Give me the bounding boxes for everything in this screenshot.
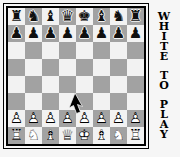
- white-pawn-outline: ♙: [93, 110, 110, 127]
- square-b8[interactable]: ♞: [25, 8, 42, 25]
- white-pawn: ♟♙: [110, 110, 127, 127]
- white-knight: ♞♘: [25, 127, 42, 144]
- square-d4[interactable]: [59, 76, 76, 93]
- black-pawn: ♟: [59, 25, 76, 42]
- square-g5[interactable]: [110, 59, 127, 76]
- white-pawn: ♟♙: [25, 110, 42, 127]
- board-inner-border: ♜♞♝♛♚♝♞♜♟♟♟♟♟♟♟♟♟♙♟♙♟♙♟♙♟♙♟♙♟♙♟♙♜♖♞♘♝♗♛♕…: [6, 6, 146, 146]
- square-g4[interactable]: [110, 76, 127, 93]
- black-pawn: ♟: [76, 25, 93, 42]
- white-pawn-outline: ♙: [127, 110, 144, 127]
- square-b2[interactable]: ♟♙: [25, 110, 42, 127]
- square-c7[interactable]: ♟: [42, 25, 59, 42]
- white-pawn-outline: ♙: [25, 110, 42, 127]
- black-pawn: ♟: [42, 25, 59, 42]
- square-h2[interactable]: ♟♙: [127, 110, 144, 127]
- square-a4[interactable]: [8, 76, 25, 93]
- white-knight-outline: ♘: [110, 127, 127, 144]
- square-f6[interactable]: [93, 42, 110, 59]
- black-knight: ♞: [110, 8, 127, 25]
- square-f5[interactable]: [93, 59, 110, 76]
- square-e5[interactable]: [76, 59, 93, 76]
- status-word-to: TO: [159, 71, 169, 91]
- square-h1[interactable]: ♜♖: [127, 127, 144, 144]
- square-c8[interactable]: ♝: [42, 8, 59, 25]
- square-a6[interactable]: [8, 42, 25, 59]
- cursor-arrow-icon: [66, 93, 90, 117]
- white-bishop: ♝♗: [42, 127, 59, 144]
- square-f4[interactable]: [93, 76, 110, 93]
- square-e6[interactable]: [76, 42, 93, 59]
- square-g3[interactable]: [110, 93, 127, 110]
- status-word-play: PLAY: [160, 100, 169, 140]
- square-g1[interactable]: ♞♘: [110, 127, 127, 144]
- white-pawn: ♟♙: [8, 110, 25, 127]
- black-rook: ♜: [8, 8, 25, 25]
- square-h6[interactable]: [127, 42, 144, 59]
- status-letter: Y: [160, 130, 168, 140]
- square-e1[interactable]: ♚♔: [76, 127, 93, 144]
- black-queen: ♛: [59, 8, 76, 25]
- square-a5[interactable]: [8, 59, 25, 76]
- white-rook: ♜♖: [127, 127, 144, 144]
- square-h4[interactable]: [127, 76, 144, 93]
- square-d8[interactable]: ♛: [59, 8, 76, 25]
- white-bishop-outline: ♗: [93, 127, 110, 144]
- square-d6[interactable]: [59, 42, 76, 59]
- square-f7[interactable]: ♟: [93, 25, 110, 42]
- square-d5[interactable]: [59, 59, 76, 76]
- square-a3[interactable]: [8, 93, 25, 110]
- black-pawn: ♟: [8, 25, 25, 42]
- square-e7[interactable]: ♟: [76, 25, 93, 42]
- square-e8[interactable]: ♚: [76, 8, 93, 25]
- white-pawn-outline: ♙: [8, 110, 25, 127]
- square-f3[interactable]: [93, 93, 110, 110]
- square-g2[interactable]: ♟♙: [110, 110, 127, 127]
- black-king: ♚: [76, 8, 93, 25]
- white-pawn-outline: ♙: [42, 110, 59, 127]
- square-g6[interactable]: [110, 42, 127, 59]
- white-king: ♚♔: [76, 127, 93, 144]
- status-letter: O: [159, 81, 169, 91]
- square-f8[interactable]: ♝: [93, 8, 110, 25]
- chess-board: ♜♞♝♛♚♝♞♜♟♟♟♟♟♟♟♟♟♙♟♙♟♙♟♙♟♙♟♙♟♙♟♙♜♖♞♘♝♗♛♕…: [8, 8, 144, 144]
- square-b6[interactable]: [25, 42, 42, 59]
- white-knight: ♞♘: [110, 127, 127, 144]
- square-h8[interactable]: ♜: [127, 8, 144, 25]
- square-b1[interactable]: ♞♘: [25, 127, 42, 144]
- square-g7[interactable]: ♟: [110, 25, 127, 42]
- white-queen: ♛♕: [59, 127, 76, 144]
- square-f2[interactable]: ♟♙: [93, 110, 110, 127]
- black-bishop: ♝: [42, 8, 59, 25]
- status-letter: E: [160, 52, 168, 62]
- square-b4[interactable]: [25, 76, 42, 93]
- white-pawn-outline: ♙: [110, 110, 127, 127]
- white-king-outline: ♔: [76, 127, 93, 144]
- square-d7[interactable]: ♟: [59, 25, 76, 42]
- gameboy-chess-screen: ♜♞♝♛♚♝♞♜♟♟♟♟♟♟♟♟♟♙♟♙♟♙♟♙♟♙♟♙♟♙♟♙♜♖♞♘♝♗♛♕…: [0, 0, 180, 157]
- white-pawn: ♟♙: [93, 110, 110, 127]
- square-b7[interactable]: ♟: [25, 25, 42, 42]
- white-bishop: ♝♗: [93, 127, 110, 144]
- white-bishop-outline: ♗: [42, 127, 59, 144]
- square-h3[interactable]: [127, 93, 144, 110]
- square-c6[interactable]: [42, 42, 59, 59]
- square-c5[interactable]: [42, 59, 59, 76]
- white-rook-outline: ♖: [127, 127, 144, 144]
- square-d1[interactable]: ♛♕: [59, 127, 76, 144]
- white-pawn: ♟♙: [127, 110, 144, 127]
- square-b5[interactable]: [25, 59, 42, 76]
- black-rook: ♜: [127, 8, 144, 25]
- black-knight: ♞: [25, 8, 42, 25]
- white-knight-outline: ♘: [25, 127, 42, 144]
- black-pawn: ♟: [25, 25, 42, 42]
- black-bishop: ♝: [93, 8, 110, 25]
- square-g8[interactable]: ♞: [110, 8, 127, 25]
- square-a1[interactable]: ♜♖: [8, 127, 25, 144]
- square-e4[interactable]: [76, 76, 93, 93]
- square-c4[interactable]: [42, 76, 59, 93]
- square-c2[interactable]: ♟♙: [42, 110, 59, 127]
- square-f1[interactable]: ♝♗: [93, 127, 110, 144]
- black-pawn: ♟: [127, 25, 144, 42]
- side-status-text: WHITETOPLAY: [152, 12, 176, 149]
- square-a7[interactable]: ♟: [8, 25, 25, 42]
- square-h5[interactable]: [127, 59, 144, 76]
- square-b3[interactable]: [25, 93, 42, 110]
- square-c1[interactable]: ♝♗: [42, 127, 59, 144]
- white-rook-outline: ♖: [8, 127, 25, 144]
- white-rook: ♜♖: [8, 127, 25, 144]
- black-pawn: ♟: [93, 25, 110, 42]
- square-a2[interactable]: ♟♙: [8, 110, 25, 127]
- square-h7[interactable]: ♟: [127, 25, 144, 42]
- square-c3[interactable]: [42, 93, 59, 110]
- white-queen-outline: ♕: [59, 127, 76, 144]
- white-pawn: ♟♙: [42, 110, 59, 127]
- black-pawn: ♟: [110, 25, 127, 42]
- status-word-white: WHITE: [158, 12, 170, 62]
- board-frame: ♜♞♝♛♚♝♞♜♟♟♟♟♟♟♟♟♟♙♟♙♟♙♟♙♟♙♟♙♟♙♟♙♜♖♞♘♝♗♛♕…: [3, 3, 149, 149]
- square-a8[interactable]: ♜: [8, 8, 25, 25]
